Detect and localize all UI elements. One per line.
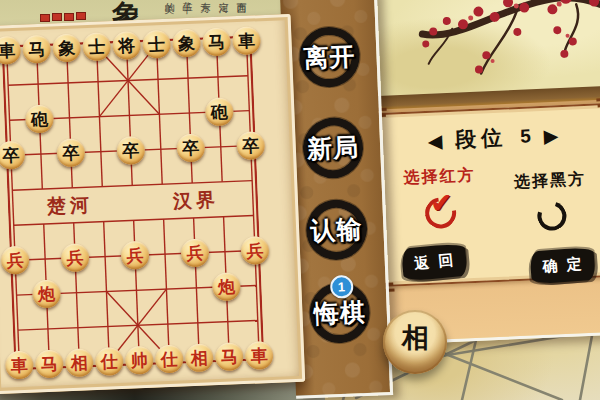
rank-prev-icon[interactable]: ◀ bbox=[427, 131, 442, 151]
side-selection: 选择红方 ✔ 选择黑方 bbox=[378, 159, 600, 240]
piece-red-兵[interactable]: 兵 bbox=[180, 238, 209, 267]
settings-panel-background: ◀ 段位 5 ▶ 选择红方 ✔ 选择黑方 bbox=[366, 86, 600, 343]
piece-black-卒[interactable]: 卒 bbox=[56, 138, 85, 167]
piece-red-马[interactable]: 马 bbox=[215, 342, 244, 371]
piece-black-将[interactable]: 将 bbox=[112, 31, 141, 60]
piece-red-炮[interactable]: 炮 bbox=[212, 272, 241, 301]
photo-piece-char: 相 bbox=[402, 320, 429, 356]
piece-red-車[interactable]: 車 bbox=[245, 341, 274, 370]
piece-red-兵[interactable]: 兵 bbox=[1, 246, 30, 275]
rank-value: 5 bbox=[520, 125, 532, 147]
piece-red-相[interactable]: 相 bbox=[65, 348, 94, 377]
piece-black-卒[interactable]: 卒 bbox=[176, 133, 205, 162]
black-ring-icon bbox=[532, 197, 571, 236]
piece-black-砲[interactable]: 砲 bbox=[205, 97, 234, 126]
piece-red-仕[interactable]: 仕 bbox=[155, 345, 184, 374]
choose-red-option[interactable]: 选择红方 ✔ bbox=[390, 164, 491, 239]
undo-button[interactable]: 悔棋 bbox=[313, 295, 366, 330]
piece-black-马[interactable]: 马 bbox=[202, 27, 231, 56]
leave-button[interactable]: 离开 bbox=[303, 40, 356, 75]
piece-red-相[interactable]: 相 bbox=[185, 343, 214, 372]
plum-blossom-painting bbox=[365, 0, 600, 92]
piece-red-兵[interactable]: 兵 bbox=[121, 241, 150, 270]
red-seal-stamp bbox=[64, 13, 74, 21]
piece-black-車[interactable]: 車 bbox=[0, 36, 21, 65]
piece-red-炮[interactable]: 炮 bbox=[32, 279, 61, 308]
frame-ornament-icon bbox=[596, 98, 600, 117]
rank-next-icon[interactable]: ▶ bbox=[543, 126, 558, 146]
resign-button[interactable]: 认输 bbox=[310, 213, 363, 248]
choose-red-label: 选择红方 bbox=[390, 164, 489, 189]
piece-red-帅[interactable]: 帅 bbox=[125, 346, 154, 375]
dialog-buttons: 返回 确定 bbox=[382, 238, 600, 290]
black-unselected-mark[interactable] bbox=[502, 196, 600, 234]
new-game-button[interactable]: 新局 bbox=[307, 131, 360, 166]
piece-black-士[interactable]: 士 bbox=[82, 32, 111, 61]
piece-red-兵[interactable]: 兵 bbox=[240, 236, 269, 265]
red-seal-stamp bbox=[76, 12, 86, 20]
piece-red-車[interactable]: 車 bbox=[5, 351, 34, 380]
xiangqi-board[interactable]: 楚河 汉界 車马象士将士象马車砲砲卒卒卒卒卒兵兵兵兵兵炮炮車马相仕帅仕相马車 bbox=[0, 14, 305, 394]
red-selected-mark[interactable]: ✔ bbox=[391, 192, 490, 230]
plum-blossom-paper bbox=[361, 0, 600, 97]
piece-black-卒[interactable]: 卒 bbox=[0, 141, 25, 170]
back-button[interactable]: 返回 bbox=[401, 243, 468, 282]
red-seal-stamp bbox=[40, 14, 50, 22]
piece-black-士[interactable]: 士 bbox=[142, 30, 171, 59]
piece-black-卒[interactable]: 卒 bbox=[116, 136, 145, 165]
piece-black-马[interactable]: 马 bbox=[22, 35, 51, 64]
piece-black-象[interactable]: 象 bbox=[52, 33, 81, 62]
piece-black-卒[interactable]: 卒 bbox=[236, 131, 265, 160]
piece-red-马[interactable]: 马 bbox=[35, 349, 64, 378]
photo-wooden-piece: 相 bbox=[383, 310, 447, 374]
red-check-icon: ✔ bbox=[430, 187, 454, 219]
red-seal-stamp bbox=[52, 13, 62, 21]
board-grid-pieces: 車马象士将士象马車砲砲卒卒卒卒卒兵兵兵兵兵炮炮車马相仕帅仕相马車 bbox=[7, 41, 259, 365]
piece-red-兵[interactable]: 兵 bbox=[61, 243, 90, 272]
piece-red-仕[interactable]: 仕 bbox=[95, 347, 124, 376]
piece-black-車[interactable]: 車 bbox=[232, 26, 261, 55]
confirm-button[interactable]: 确定 bbox=[529, 247, 595, 285]
rank-label: 段位 bbox=[455, 123, 508, 153]
rank-selector: ◀ 段位 5 ▶ bbox=[376, 119, 600, 157]
settings-frame: ◀ 段位 5 ▶ 选择红方 ✔ 选择黑方 bbox=[374, 103, 600, 287]
piece-black-砲[interactable]: 砲 bbox=[25, 105, 54, 134]
settings-card: ◀ 段位 5 ▶ 选择红方 ✔ 选择黑方 bbox=[358, 0, 600, 345]
choose-black-option[interactable]: 选择黑方 bbox=[501, 168, 600, 234]
piece-black-象[interactable]: 象 bbox=[172, 29, 201, 58]
choose-black-label: 选择黑方 bbox=[501, 168, 600, 193]
